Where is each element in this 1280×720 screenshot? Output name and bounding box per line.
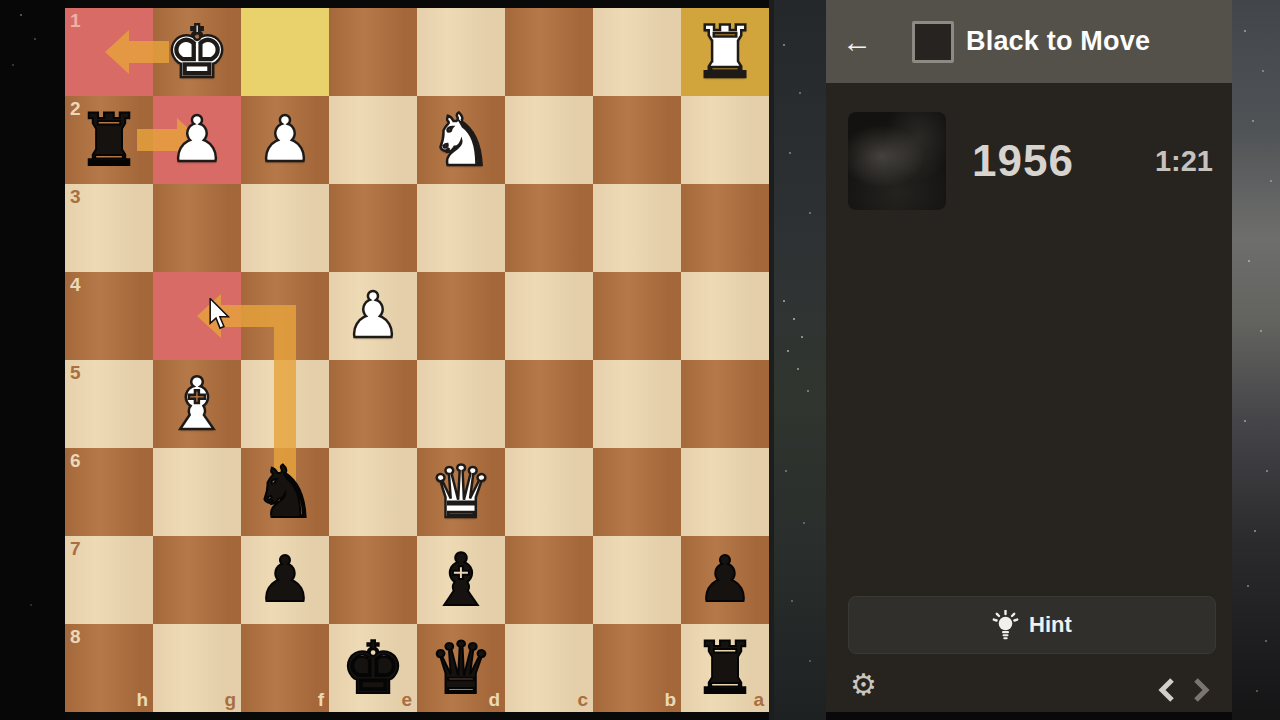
piece-cell-g3 — [153, 184, 241, 272]
piece-cell-e6 — [329, 448, 417, 536]
piece-cell-a5 — [681, 360, 769, 448]
piece-cell-b5 — [593, 360, 681, 448]
piece-cell-e4: ♟ — [329, 272, 417, 360]
white-pawn-g2[interactable]: ♟ — [153, 96, 241, 184]
white-king-g1[interactable]: ♚ — [153, 8, 241, 96]
white-knight-d2[interactable]: ♞ — [417, 96, 505, 184]
piece-cell-a6 — [681, 448, 769, 536]
piece-cell-e7 — [329, 536, 417, 624]
piece-cell-g5: ♝ — [153, 360, 241, 448]
white-queen-d6[interactable]: ♛ — [417, 448, 505, 536]
piece-cell-d4 — [417, 272, 505, 360]
piece-cell-f3 — [241, 184, 329, 272]
piece-cell-e8: ♚ — [329, 624, 417, 712]
settings-gear-icon[interactable]: ⚙ — [850, 670, 877, 700]
piece-cell-d8: ♛ — [417, 624, 505, 712]
piece-cell-d6: ♛ — [417, 448, 505, 536]
piece-cell-c4 — [505, 272, 593, 360]
piece-cell-b8 — [593, 624, 681, 712]
piece-cell-b3 — [593, 184, 681, 272]
stars — [769, 0, 771, 2]
piece-cell-h3 — [65, 184, 153, 272]
piece-cell-h2: ♜ — [65, 96, 153, 184]
piece-cell-h4 — [65, 272, 153, 360]
piece-cell-a1: ♜ — [681, 8, 769, 96]
turn-indicator-title: Black to Move — [966, 26, 1150, 57]
piece-cell-h7 — [65, 536, 153, 624]
piece-cell-h5 — [65, 360, 153, 448]
piece-cell-a2 — [681, 96, 769, 184]
piece-cell-g7 — [153, 536, 241, 624]
piece-cell-g8 — [153, 624, 241, 712]
previous-chevron-icon[interactable] — [1156, 676, 1178, 704]
piece-cell-b6 — [593, 448, 681, 536]
piece-cell-f6: ♞ — [241, 448, 329, 536]
piece-cell-g2: ♟ — [153, 96, 241, 184]
piece-cell-c7 — [505, 536, 593, 624]
piece-cell-b2 — [593, 96, 681, 184]
chess-board: 12345678hgfedcba ♚♜♜♟♟♞♟♝♞♛♟♝♟♚♛♜ — [65, 8, 769, 712]
puzzle-info-row: 1956 1:21 — [826, 112, 1232, 210]
left-space-background — [0, 0, 65, 720]
black-turn-square-icon — [912, 21, 954, 63]
white-pawn-e4[interactable]: ♟ — [329, 272, 417, 360]
puzzle-thumbnail[interactable] — [848, 112, 946, 210]
black-knight-f6[interactable]: ♞ — [241, 448, 329, 536]
panel-header: ← Black to Move — [826, 0, 1232, 83]
black-pawn-f7[interactable]: ♟ — [241, 536, 329, 624]
puzzle-rating: 1956 — [972, 136, 1074, 186]
piece-cell-a7: ♟ — [681, 536, 769, 624]
black-queen-d8[interactable]: ♛ — [417, 624, 505, 712]
back-arrow-icon[interactable]: ← — [840, 27, 874, 57]
black-rook-a8[interactable]: ♜ — [681, 624, 769, 712]
piece-cell-c5 — [505, 360, 593, 448]
piece-cell-f1 — [241, 8, 329, 96]
piece-cell-d7: ♝ — [417, 536, 505, 624]
black-king-e8[interactable]: ♚ — [329, 624, 417, 712]
stars — [1232, 0, 1234, 2]
black-bishop-d7[interactable]: ♝ — [417, 536, 505, 624]
white-pawn-f2[interactable]: ♟ — [241, 96, 329, 184]
piece-cell-a4 — [681, 272, 769, 360]
piece-cell-f7: ♟ — [241, 536, 329, 624]
black-rook-h2[interactable]: ♜ — [65, 96, 153, 184]
piece-cell-e2 — [329, 96, 417, 184]
black-pawn-a7[interactable]: ♟ — [681, 536, 769, 624]
piece-cell-h1 — [65, 8, 153, 96]
piece-cell-b7 — [593, 536, 681, 624]
piece-cell-e1 — [329, 8, 417, 96]
piece-cell-a3 — [681, 184, 769, 272]
piece-cell-d1 — [417, 8, 505, 96]
hint-button-label: Hint — [1029, 612, 1072, 638]
right-space-background — [1232, 0, 1280, 720]
piece-cell-a8: ♜ — [681, 624, 769, 712]
board-panel-gap-background — [769, 0, 826, 720]
piece-cell-g6 — [153, 448, 241, 536]
next-chevron-icon[interactable] — [1190, 676, 1212, 704]
piece-cell-e3 — [329, 184, 417, 272]
piece-cell-f5 — [241, 360, 329, 448]
piece-cell-h6 — [65, 448, 153, 536]
piece-cell-d5 — [417, 360, 505, 448]
mouse-cursor-icon — [206, 298, 232, 334]
hint-button[interactable]: Hint — [848, 596, 1216, 654]
piece-cell-f4 — [241, 272, 329, 360]
stars — [0, 0, 2, 2]
piece-cell-b1 — [593, 8, 681, 96]
puzzle-timer: 1:21 — [1155, 145, 1213, 178]
piece-cell-c8 — [505, 624, 593, 712]
white-bishop-g5[interactable]: ♝ — [153, 360, 241, 448]
board-edge-line — [769, 0, 774, 720]
piece-cell-d2: ♞ — [417, 96, 505, 184]
piece-cell-c3 — [505, 184, 593, 272]
piece-cell-b4 — [593, 272, 681, 360]
piece-cell-e5 — [329, 360, 417, 448]
puzzle-panel: ← Black to Move 1956 1:21 Hint ⚙ — [826, 0, 1232, 712]
piece-cell-h8 — [65, 624, 153, 712]
panel-footer: ⚙ — [826, 668, 1232, 712]
lightbulb-icon — [992, 610, 1019, 640]
board-pieces: ♚♜♜♟♟♞♟♝♞♛♟♝♟♚♛♜ — [65, 8, 769, 712]
piece-cell-c1 — [505, 8, 593, 96]
piece-cell-c2 — [505, 96, 593, 184]
piece-cell-c6 — [505, 448, 593, 536]
white-rook-a1[interactable]: ♜ — [681, 8, 769, 96]
piece-cell-g1: ♚ — [153, 8, 241, 96]
piece-cell-f8 — [241, 624, 329, 712]
piece-cell-d3 — [417, 184, 505, 272]
piece-cell-f2: ♟ — [241, 96, 329, 184]
